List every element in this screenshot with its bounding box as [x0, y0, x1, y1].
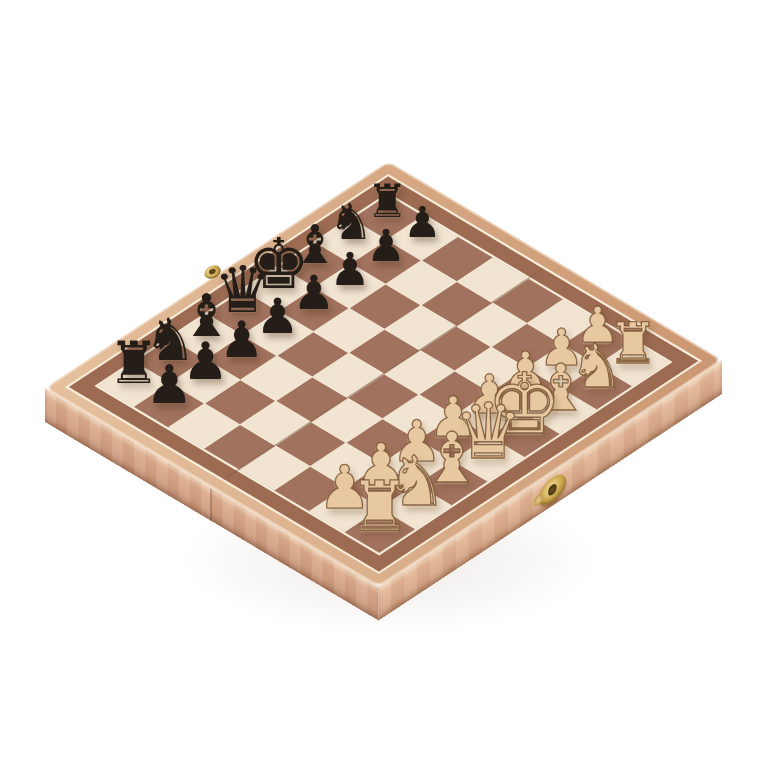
piece-white-rook-a1[interactable]: ♜ [349, 472, 411, 541]
piece-black-pawn-h7[interactable]: ♟ [403, 202, 441, 245]
piece-black-pawn-a7[interactable]: ♟ [145, 359, 193, 412]
piece-black-pawn-f7[interactable]: ♟ [330, 247, 371, 293]
piece-black-pawn-g7[interactable]: ♟ [366, 224, 406, 268]
fold-seam-side [210, 488, 211, 521]
product-photo-scene: ♜♟♞♟♝♟♚♟♛♟♝♟♟♞♜♟♟♜♞♟♟♝♟♚♟♛♟♝♟♞♟♜ [0, 0, 760, 760]
